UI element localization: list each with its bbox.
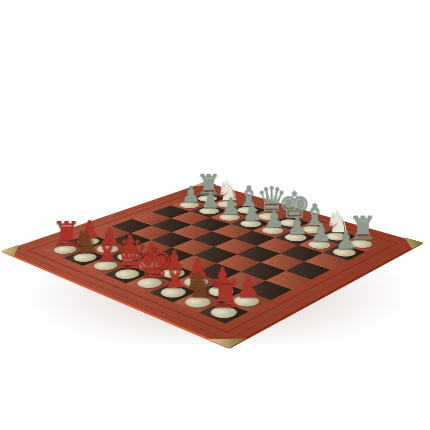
red-army-rook[interactable]: ♜ xyxy=(208,274,243,313)
grey-army-pawn[interactable]: ♟ xyxy=(331,227,361,252)
chess-set-photo: ♜♞♝♛♚♝♞♜♟♟♟♟♟♟♟♟♟♟♟♟♟♟♟♟♜♞♝♛♚♝♞♜ xyxy=(0,0,430,430)
